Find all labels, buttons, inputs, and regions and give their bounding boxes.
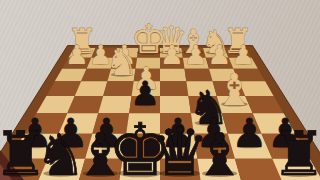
- white-pawn-d2: ♟: [160, 39, 184, 70]
- chess-photo-scene: ♜♞♝♛♚♜♟♟♟♟♟♟♟♞♟♝♟♞♟♟♟♟♟♟♟♜♝♛♚♝♞♜: [0, 0, 320, 180]
- square-c3: [185, 69, 213, 82]
- square-d3: [160, 69, 186, 82]
- chessboard: ♜♞♝♛♚♜♟♟♟♟♟♟♟♞♟♝♟♞♟♟♟♟♟♟♟♜♝♛♚♝♞♜: [0, 0, 320, 180]
- black-rook-a8: ♜: [272, 118, 320, 180]
- white-pawn-c2: ♟: [184, 39, 208, 70]
- square-d4: [160, 81, 188, 96]
- white-pawn-h2: ♟: [65, 39, 89, 70]
- black-rook-h8: ♜: [0, 118, 48, 180]
